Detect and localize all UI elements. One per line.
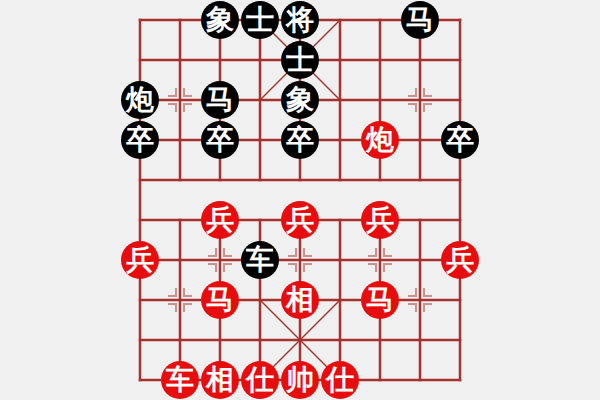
piece-glyph: 象: [286, 86, 314, 114]
piece-glyph: 兵: [446, 246, 474, 274]
piece-glyph: 卒: [286, 126, 314, 154]
piece-glyph: 卒: [446, 126, 474, 154]
piece-black-cannon[interactable]: 炮: [121, 81, 159, 119]
xiangqi-board[interactable]: 象士将马士炮马象卒卒卒炮卒兵兵兵兵车兵马相马车相仕帅仕: [120, 0, 480, 400]
piece-glyph: 马: [206, 86, 234, 114]
piece-glyph: 象: [206, 6, 234, 34]
piece-red-cannon[interactable]: 炮: [361, 121, 399, 159]
piece-black-pawn[interactable]: 卒: [441, 121, 479, 159]
piece-glyph: 相: [286, 286, 314, 314]
piece-glyph: 士: [246, 6, 274, 34]
piece-glyph: 马: [206, 286, 234, 314]
piece-glyph: 卒: [126, 126, 154, 154]
piece-red-pawn[interactable]: 兵: [121, 241, 159, 279]
piece-red-rook[interactable]: 车: [161, 361, 199, 399]
piece-glyph: 炮: [126, 86, 154, 114]
piece-black-pawn[interactable]: 卒: [121, 121, 159, 159]
piece-glyph: 仕: [246, 366, 274, 394]
piece-red-horse[interactable]: 马: [201, 281, 239, 319]
piece-red-advisor[interactable]: 仕: [321, 361, 359, 399]
piece-glyph: 兵: [366, 206, 394, 234]
piece-glyph: 马: [366, 286, 394, 314]
piece-red-horse[interactable]: 马: [361, 281, 399, 319]
piece-glyph: 仕: [326, 366, 354, 394]
piece-black-advisor[interactable]: 士: [241, 1, 279, 39]
piece-glyph: 兵: [286, 206, 314, 234]
piece-glyph: 兵: [206, 206, 234, 234]
piece-glyph: 炮: [366, 126, 394, 154]
piece-black-horse[interactable]: 马: [401, 1, 439, 39]
piece-glyph: 车: [246, 246, 274, 274]
piece-glyph: 马: [406, 6, 434, 34]
piece-black-king[interactable]: 将: [281, 1, 319, 39]
piece-black-pawn[interactable]: 卒: [281, 121, 319, 159]
piece-black-elephant[interactable]: 象: [281, 81, 319, 119]
piece-red-elephant[interactable]: 相: [201, 361, 239, 399]
piece-red-advisor[interactable]: 仕: [241, 361, 279, 399]
piece-red-pawn[interactable]: 兵: [281, 201, 319, 239]
xiangqi-app-canvas: 象士将马士炮马象卒卒卒炮卒兵兵兵兵车兵马相马车相仕帅仕: [0, 0, 600, 400]
piece-glyph: 兵: [126, 246, 154, 274]
piece-grid[interactable]: 象士将马士炮马象卒卒卒炮卒兵兵兵兵车兵马相马车相仕帅仕: [120, 0, 480, 400]
piece-red-elephant[interactable]: 相: [281, 281, 319, 319]
piece-glyph: 帅: [286, 366, 314, 394]
piece-glyph: 车: [166, 366, 194, 394]
piece-black-advisor[interactable]: 士: [281, 41, 319, 79]
piece-red-pawn[interactable]: 兵: [361, 201, 399, 239]
piece-glyph: 卒: [206, 126, 234, 154]
piece-black-rook[interactable]: 车: [241, 241, 279, 279]
piece-red-pawn[interactable]: 兵: [441, 241, 479, 279]
piece-black-horse[interactable]: 马: [201, 81, 239, 119]
piece-glyph: 相: [206, 366, 234, 394]
piece-black-pawn[interactable]: 卒: [201, 121, 239, 159]
piece-red-king[interactable]: 帅: [281, 361, 319, 399]
piece-red-pawn[interactable]: 兵: [201, 201, 239, 239]
piece-black-elephant[interactable]: 象: [201, 1, 239, 39]
piece-glyph: 将: [286, 6, 314, 34]
piece-glyph: 士: [286, 46, 314, 74]
